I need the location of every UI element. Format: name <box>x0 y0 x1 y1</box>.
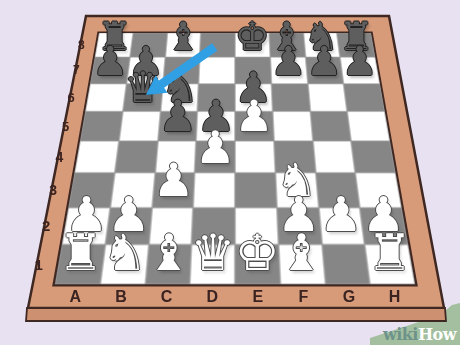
square-b4[interactable] <box>115 141 158 173</box>
square-a4[interactable] <box>74 141 118 173</box>
square-a6[interactable] <box>85 83 126 111</box>
white-pawn-e5[interactable]: ♟ <box>235 95 274 138</box>
square-b5[interactable] <box>119 111 160 141</box>
white-rook-h1[interactable]: ♜ <box>367 228 412 278</box>
square-d3[interactable] <box>193 173 235 207</box>
white-queen-d1[interactable]: ♛ <box>191 228 236 278</box>
square-h5[interactable] <box>347 111 390 141</box>
black-king-e8[interactable]: ♚ <box>235 17 270 56</box>
wikihow-logo-how: How <box>418 325 456 344</box>
square-e4[interactable] <box>235 141 275 173</box>
square-d7[interactable] <box>199 57 235 83</box>
square-e3[interactable] <box>235 173 277 207</box>
wikihow-logo-wiki: wiki <box>383 325 418 344</box>
black-bishop-c8[interactable]: ♝ <box>166 17 201 56</box>
white-bishop-f1[interactable]: ♝ <box>279 228 324 278</box>
black-pawn-c5[interactable]: ♟ <box>159 95 198 138</box>
wikihow-logo: wikiHow <box>383 325 456 345</box>
square-h6[interactable] <box>344 83 385 111</box>
black-queen-b6[interactable]: ♛ <box>124 67 162 109</box>
white-bishop-c1[interactable]: ♝ <box>146 228 191 278</box>
chess-illustration: wikiHow 87654321ABCDEFGH ♜♝♚♝♞♜♟♟♟♟♟♛♞♟♟… <box>0 0 460 345</box>
square-g5[interactable] <box>310 111 351 141</box>
square-a5[interactable] <box>80 111 123 141</box>
square-h4[interactable] <box>351 141 395 173</box>
white-king-e1[interactable]: ♚ <box>235 228 280 278</box>
square-d8[interactable] <box>200 33 235 57</box>
white-pawn-d4[interactable]: ♟ <box>195 124 235 169</box>
square-f5[interactable] <box>272 111 312 141</box>
square-g6[interactable] <box>307 83 347 111</box>
black-pawn-g7[interactable]: ♟ <box>306 41 342 81</box>
black-pawn-h7[interactable]: ♟ <box>342 41 378 81</box>
black-pawn-a7[interactable]: ♟ <box>92 41 128 81</box>
white-pawn-g2[interactable]: ♟ <box>320 191 363 239</box>
square-g1[interactable] <box>322 244 371 284</box>
white-pawn-c3[interactable]: ♟ <box>153 157 194 203</box>
square-g4[interactable] <box>313 141 356 173</box>
square-f6[interactable] <box>271 83 310 111</box>
black-pawn-f7[interactable]: ♟ <box>271 41 307 81</box>
white-knight-b1[interactable]: ♞ <box>102 228 147 278</box>
white-rook-a1[interactable]: ♜ <box>58 228 103 278</box>
